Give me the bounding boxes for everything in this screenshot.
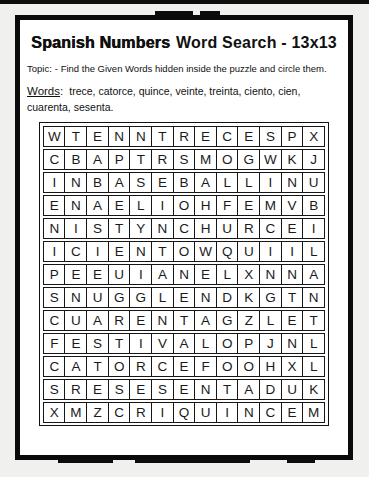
grid-cell[interactable]: U xyxy=(86,287,109,308)
grid-row: ICIENTOWQUIIL xyxy=(43,241,325,262)
grid-cell[interactable]: E xyxy=(64,264,87,285)
grid-cell[interactable]: N xyxy=(259,264,282,285)
grid-cell[interactable]: A xyxy=(194,172,217,193)
grid-cell[interactable]: A xyxy=(86,195,109,216)
grid-cell[interactable]: A xyxy=(108,172,131,193)
grid-row: SNUGGLENDKGTN xyxy=(43,287,325,308)
grid-row: NISTYNCHURCEI xyxy=(43,218,325,239)
grid-cell[interactable]: O xyxy=(216,356,239,377)
grid-cell[interactable]: Y xyxy=(129,218,152,239)
grid-row: ENAELIOHFEMVB xyxy=(43,195,325,216)
grid-cell[interactable]: U xyxy=(194,402,217,423)
grid-cell[interactable]: U xyxy=(281,379,304,400)
words-colon: : xyxy=(60,85,63,97)
grid-cell[interactable]: E xyxy=(43,195,66,216)
grid-cell[interactable]: T xyxy=(86,356,109,377)
grid-cell[interactable]: G xyxy=(259,287,282,308)
grid-row: CUARENTAGZLET xyxy=(43,310,325,331)
grid-cell[interactable]: R xyxy=(151,149,174,170)
grid-cell[interactable]: I xyxy=(281,241,304,262)
grid-cell[interactable]: A xyxy=(86,310,109,331)
grid-row: CBAPTRSMOGWKJ xyxy=(43,149,325,170)
grid-cell[interactable]: T xyxy=(302,310,325,331)
grid-cell[interactable]: C xyxy=(43,149,66,170)
grid-cell[interactable]: I xyxy=(302,218,325,239)
grid-cell[interactable]: S xyxy=(129,172,152,193)
grid-cell[interactable]: I xyxy=(86,241,109,262)
grid-cell[interactable]: P xyxy=(237,333,260,354)
grid-cell[interactable]: I xyxy=(43,172,66,193)
grid-cell[interactable]: L xyxy=(259,310,282,331)
grid-cell[interactable]: T xyxy=(108,218,131,239)
page-title: Spanish NumbersWord Search - 13x13 xyxy=(24,34,344,52)
grid-cell[interactable]: F xyxy=(194,356,217,377)
grid-cell[interactable]: C xyxy=(216,126,239,147)
grid-cell[interactable]: H xyxy=(194,218,217,239)
grid-cell[interactable]: L xyxy=(194,333,217,354)
grid-cell[interactable]: T xyxy=(216,379,239,400)
grid-cell[interactable]: U xyxy=(237,241,260,262)
grid-cell[interactable]: L xyxy=(151,287,174,308)
grid-cell[interactable]: O xyxy=(108,356,131,377)
grid-cell[interactable]: B xyxy=(64,149,87,170)
grid-cell[interactable]: I xyxy=(129,264,152,285)
grid-cell[interactable]: Z xyxy=(237,310,260,331)
grid-cell[interactable]: N xyxy=(64,195,87,216)
grid-cell[interactable]: G xyxy=(129,287,152,308)
grid-cell[interactable]: S xyxy=(43,379,66,400)
grid-cell[interactable]: A xyxy=(151,264,174,285)
worksheet-page: Spanish NumbersWord Search - 13x13 Topic… xyxy=(15,15,353,460)
scan-artifact xyxy=(135,459,250,463)
grid-cell[interactable]: I xyxy=(129,333,152,354)
grid-cell[interactable]: N xyxy=(237,402,260,423)
grid-cell[interactable]: O xyxy=(216,149,239,170)
grid-cell[interactable]: C xyxy=(259,218,282,239)
grid-cell[interactable]: N xyxy=(64,172,87,193)
topic-label: Topic: xyxy=(27,63,52,74)
words-line: Words:trece, catorce, quince, veinte, tr… xyxy=(27,83,341,115)
grid-cell[interactable]: E xyxy=(129,379,152,400)
grid-cell[interactable]: M xyxy=(259,195,282,216)
grid-cell[interactable]: A xyxy=(173,333,196,354)
grid-cell[interactable]: P xyxy=(108,149,131,170)
grid-cell[interactable]: W xyxy=(43,126,66,147)
grid-cell[interactable]: V xyxy=(281,195,304,216)
grid-cell[interactable]: J xyxy=(259,333,282,354)
grid-cell[interactable]: N xyxy=(129,241,152,262)
grid-cell[interactable]: E xyxy=(151,172,174,193)
grid-cell[interactable]: G xyxy=(237,149,260,170)
grid-cell[interactable]: S xyxy=(86,218,109,239)
grid-cell[interactable]: C xyxy=(151,356,174,377)
grid-cell[interactable]: R xyxy=(108,310,131,331)
grid-cell[interactable]: V xyxy=(151,333,174,354)
grid-cell[interactable]: A xyxy=(302,264,325,285)
grid-cell[interactable]: T xyxy=(173,310,196,331)
grid-cell[interactable]: R xyxy=(129,402,152,423)
scan-artifact xyxy=(287,459,315,463)
grid-cell[interactable]: X xyxy=(281,356,304,377)
grid-cell[interactable]: L xyxy=(129,195,152,216)
grid-cell[interactable]: X xyxy=(43,402,66,423)
grid-cell[interactable]: A xyxy=(237,379,260,400)
grid-cell[interactable]: N xyxy=(151,310,174,331)
grid-cell[interactable]: O xyxy=(173,241,196,262)
grid-row: WTENNTRECESPX xyxy=(43,126,325,147)
grid-cell[interactable]: C xyxy=(43,310,66,331)
grid-row: XMZCRIQUINCEM xyxy=(43,402,325,423)
grid-cell[interactable]: B xyxy=(86,172,109,193)
scan-artifact xyxy=(58,459,113,463)
grid-cell[interactable]: L xyxy=(302,241,325,262)
grid-cell[interactable]: X xyxy=(237,264,260,285)
grid-cell[interactable]: N xyxy=(281,264,304,285)
grid-cell[interactable]: B xyxy=(302,195,325,216)
word-search-grid: WTENNTRECESPXCBAPTRSMOGWKJINBASEBALLINUE… xyxy=(39,122,328,426)
grid-cell[interactable]: L xyxy=(216,172,239,193)
grid-cell[interactable]: I xyxy=(151,402,174,423)
grid-cell[interactable]: H xyxy=(194,195,217,216)
grid-cell[interactable]: E xyxy=(281,402,304,423)
grid-cell[interactable]: N xyxy=(194,379,217,400)
grid-cell[interactable]: E xyxy=(281,310,304,331)
grid-cell[interactable]: K xyxy=(237,287,260,308)
grid-cell[interactable]: S xyxy=(108,379,131,400)
grid-cell[interactable]: G xyxy=(216,310,239,331)
grid-cell[interactable]: U xyxy=(216,218,239,239)
grid-cell[interactable]: U xyxy=(302,172,325,193)
grid-cell[interactable]: E xyxy=(108,195,131,216)
grid-cell[interactable]: O xyxy=(216,333,239,354)
grid-row: PEEUIANELXNNA xyxy=(43,264,325,285)
grid-cell[interactable]: E xyxy=(173,379,196,400)
grid-cell[interactable]: L xyxy=(216,264,239,285)
grid-cell[interactable]: K xyxy=(281,149,304,170)
grid-cell[interactable]: T xyxy=(108,333,131,354)
grid-cell[interactable]: J xyxy=(302,149,325,170)
grid-cell[interactable]: G xyxy=(108,287,131,308)
grid-cell[interactable]: S xyxy=(151,379,174,400)
grid-cell[interactable]: U xyxy=(64,310,87,331)
grid-cell[interactable]: M xyxy=(64,402,87,423)
grid-cell[interactable]: K xyxy=(302,379,325,400)
grid-cell[interactable]: E xyxy=(64,333,87,354)
grid-cell[interactable]: E xyxy=(281,218,304,239)
grid-cell[interactable]: E xyxy=(173,356,196,377)
grid-cell[interactable]: F xyxy=(43,333,66,354)
grid-cell[interactable]: W xyxy=(259,149,282,170)
grid-cell[interactable]: R xyxy=(237,218,260,239)
words-text: trece, catorce, quince, veinte, treinta,… xyxy=(27,85,300,113)
grid-cell[interactable]: A xyxy=(64,356,87,377)
grid-cell[interactable]: N xyxy=(43,218,66,239)
grid-cell[interactable]: R xyxy=(129,356,152,377)
grid-cell[interactable]: L xyxy=(302,333,325,354)
grid-cell[interactable]: E xyxy=(194,264,217,285)
grid-cell[interactable]: A xyxy=(86,149,109,170)
grid-row: FESTIVALOPJNL xyxy=(43,333,325,354)
grid-cell[interactable]: S xyxy=(86,333,109,354)
grid-cell[interactable]: E xyxy=(173,287,196,308)
grid-cell[interactable]: E xyxy=(108,241,131,262)
grid-cell[interactable]: I xyxy=(259,241,282,262)
grid-cell[interactable]: B xyxy=(173,172,196,193)
grid-cell[interactable]: C xyxy=(259,402,282,423)
grid-cell[interactable]: N xyxy=(173,264,196,285)
grid-cell[interactable]: D xyxy=(259,379,282,400)
grid-cell[interactable]: R xyxy=(64,379,87,400)
grid-cell[interactable]: E xyxy=(86,126,109,147)
grid-cell[interactable]: R xyxy=(173,126,196,147)
grid-cell[interactable]: I xyxy=(64,218,87,239)
grid-cell[interactable]: S xyxy=(259,126,282,147)
grid-cell[interactable]: I xyxy=(259,172,282,193)
grid-cell[interactable]: E xyxy=(237,126,260,147)
grid-cell[interactable]: N xyxy=(302,287,325,308)
grid-cell[interactable]: P xyxy=(281,126,304,147)
grid-cell[interactable]: C xyxy=(108,402,131,423)
grid-cell[interactable]: O xyxy=(237,356,260,377)
grid-cell[interactable]: T xyxy=(151,241,174,262)
words-label: Words xyxy=(27,85,60,97)
grid-row: SRESESENTADUK xyxy=(43,379,325,400)
grid-cell[interactable]: T xyxy=(64,126,87,147)
grid-cell[interactable]: H xyxy=(259,356,282,377)
title-primary: Spanish Numbers xyxy=(31,34,170,51)
grid-cell[interactable]: C xyxy=(173,218,196,239)
grid-cell[interactable]: I xyxy=(43,241,66,262)
grid-cell[interactable]: Q xyxy=(216,241,239,262)
grid-cell[interactable]: P xyxy=(43,264,66,285)
grid-cell[interactable]: N xyxy=(129,126,152,147)
grid-cell[interactable]: I xyxy=(151,195,174,216)
grid-cell[interactable]: M xyxy=(194,149,217,170)
grid-cell[interactable]: N xyxy=(194,287,217,308)
grid-cell[interactable]: O xyxy=(173,195,196,216)
grid-cell[interactable]: F xyxy=(216,195,239,216)
grid-cell[interactable]: W xyxy=(194,241,217,262)
grid-cell[interactable]: E xyxy=(86,379,109,400)
grid-cell[interactable]: A xyxy=(194,310,217,331)
grid-cell[interactable]: D xyxy=(216,287,239,308)
grid-cell[interactable]: E xyxy=(194,126,217,147)
grid-cell[interactable]: E xyxy=(129,310,152,331)
title-secondary: Word Search - 13x13 xyxy=(176,34,337,51)
grid-cell[interactable]: E xyxy=(237,195,260,216)
grid-cell[interactable]: M xyxy=(302,402,325,423)
grid-cell[interactable]: T xyxy=(281,287,304,308)
grid-cell[interactable]: S xyxy=(173,149,196,170)
grid-cell[interactable]: L xyxy=(302,356,325,377)
grid-cell[interactable]: C xyxy=(64,241,87,262)
grid-cell[interactable]: N xyxy=(108,126,131,147)
grid-cell[interactable]: U xyxy=(108,264,131,285)
grid-cell[interactable]: I xyxy=(216,402,239,423)
grid-cell[interactable]: X xyxy=(302,126,325,147)
grid-cell[interactable]: L xyxy=(237,172,260,193)
grid-cell[interactable]: T xyxy=(129,149,152,170)
grid-row: INBASEBALLINU xyxy=(43,172,325,193)
grid-cell[interactable]: C xyxy=(43,356,66,377)
grid-cell[interactable]: N xyxy=(64,287,87,308)
grid-cell[interactable]: E xyxy=(86,264,109,285)
grid-cell[interactable]: N xyxy=(281,172,304,193)
grid-cell[interactable]: Q xyxy=(173,402,196,423)
grid-cell[interactable]: N xyxy=(151,218,174,239)
topic-line: Topic:- Find the Given Words hidden insi… xyxy=(27,63,341,75)
grid-cell[interactable]: Z xyxy=(86,402,109,423)
grid-cell[interactable]: N xyxy=(281,333,304,354)
topic-text: - Find the Given Words hidden inside the… xyxy=(55,63,327,74)
grid-row: CATORCEFOOHXL xyxy=(43,356,325,377)
grid-cell[interactable]: S xyxy=(43,287,66,308)
grid-cell[interactable]: T xyxy=(151,126,174,147)
scan-edge-strip xyxy=(0,0,369,4)
